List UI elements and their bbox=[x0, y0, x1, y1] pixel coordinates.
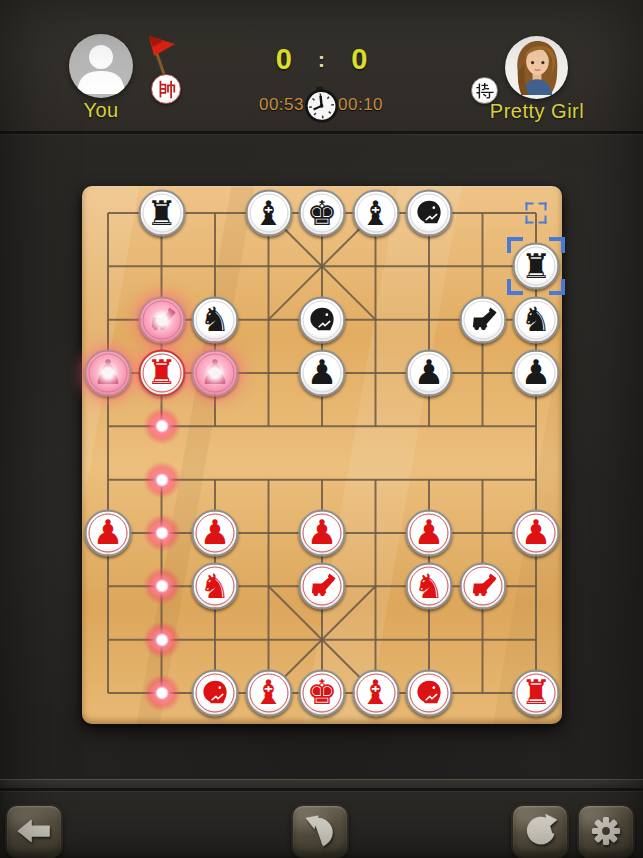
piece-black-cannon[interactable] bbox=[459, 296, 506, 343]
knight-glyph: ♞ bbox=[200, 302, 230, 336]
piece-black-elephant[interactable] bbox=[406, 190, 453, 237]
move-target-dot[interactable] bbox=[143, 407, 181, 445]
cannon-glyph bbox=[146, 303, 177, 334]
pawn-glyph: ♟ bbox=[521, 515, 551, 549]
piece-red-cannon[interactable] bbox=[459, 563, 506, 610]
move-target-dot[interactable] bbox=[143, 514, 181, 552]
game-screen: You 0 : 0 00:53 00:10 bbox=[0, 0, 643, 858]
piece-black-knight[interactable]: ♞ bbox=[192, 296, 239, 343]
score-right: 0 bbox=[351, 43, 367, 76]
elephant-glyph bbox=[414, 676, 445, 707]
pawn-glyph: ♟ bbox=[93, 515, 123, 549]
move-target-dot[interactable] bbox=[143, 674, 181, 712]
cannon-glyph bbox=[467, 570, 498, 601]
pawn-glyph: ♟ bbox=[521, 355, 551, 389]
score-separator: : bbox=[318, 47, 325, 73]
cannon-glyph bbox=[467, 303, 498, 334]
pawn-glyph: ♟ bbox=[414, 515, 444, 549]
elephant-glyph bbox=[307, 303, 338, 334]
piece-red-advisor[interactable]: ♝ bbox=[245, 669, 292, 716]
elephant-glyph bbox=[414, 197, 445, 228]
settings-button[interactable] bbox=[577, 804, 635, 858]
piece-red-king[interactable]: ♚ bbox=[299, 669, 346, 716]
piece-black-pawn[interactable]: ♟ bbox=[299, 349, 346, 396]
undo-arrow-icon bbox=[302, 813, 338, 849]
cannon-glyph bbox=[467, 570, 498, 601]
rook-glyph: ♜ bbox=[146, 355, 176, 389]
piece-black-cannon[interactable] bbox=[138, 296, 185, 343]
timer-opponent: 00:10 bbox=[338, 95, 414, 115]
cannon-glyph bbox=[467, 303, 498, 334]
knight-glyph: ♞ bbox=[521, 302, 551, 336]
move-target-dot[interactable] bbox=[143, 461, 181, 499]
bottom-toolbar bbox=[0, 779, 643, 858]
rook-glyph: ♜ bbox=[521, 248, 551, 282]
piece-red-elephant[interactable] bbox=[406, 669, 453, 716]
move-target-dot[interactable] bbox=[143, 567, 181, 605]
elephant-glyph bbox=[307, 303, 338, 334]
circular-arrow-icon bbox=[522, 813, 558, 849]
arrow-left-icon bbox=[16, 813, 52, 849]
pawn-glyph: ♟ bbox=[200, 355, 230, 389]
pawn-glyph: ♟ bbox=[307, 515, 337, 549]
clock-icon bbox=[301, 84, 342, 126]
advisor-glyph: ♝ bbox=[360, 195, 390, 229]
advisor-glyph: ♝ bbox=[360, 675, 390, 709]
cannon-glyph bbox=[307, 570, 338, 601]
piece-red-rook[interactable]: ♜ bbox=[138, 349, 185, 396]
piece-black-knight[interactable]: ♞ bbox=[513, 296, 560, 343]
xiangqi-board[interactable]: ♜♝♚♝♜♞♞♟♜♟♟♟♟♟♟♟♟♟♞♞♝♚♝♜ bbox=[82, 186, 562, 724]
player-you-name: You bbox=[41, 99, 161, 122]
player-opponent-name: Pretty Girl bbox=[462, 100, 612, 123]
pawn-glyph: ♟ bbox=[93, 355, 123, 389]
elephant-glyph bbox=[414, 676, 445, 707]
piece-black-rook[interactable]: ♜ bbox=[138, 190, 185, 237]
advisor-glyph: ♝ bbox=[253, 675, 283, 709]
king-glyph: ♚ bbox=[307, 195, 337, 229]
refresh-button[interactable] bbox=[511, 804, 569, 858]
king-glyph: ♚ bbox=[307, 675, 337, 709]
piece-red-cannon[interactable] bbox=[299, 563, 346, 610]
piece-black-pawn[interactable]: ♟ bbox=[192, 349, 239, 396]
piece-red-pawn[interactable]: ♟ bbox=[192, 509, 239, 556]
piece-red-pawn[interactable]: ♟ bbox=[406, 509, 453, 556]
knight-glyph: ♞ bbox=[200, 568, 230, 602]
piece-black-elephant[interactable] bbox=[299, 296, 346, 343]
piece-black-advisor[interactable]: ♝ bbox=[352, 190, 399, 237]
back-button[interactable] bbox=[5, 804, 63, 858]
piece-black-pawn[interactable]: ♟ bbox=[85, 349, 132, 396]
elephant-glyph bbox=[200, 676, 231, 707]
piece-red-pawn[interactable]: ♟ bbox=[299, 509, 346, 556]
piece-red-advisor[interactable]: ♝ bbox=[352, 669, 399, 716]
player-opponent-avatar[interactable] bbox=[505, 36, 568, 99]
rook-glyph: ♜ bbox=[521, 675, 551, 709]
elephant-glyph bbox=[200, 676, 231, 707]
piece-red-elephant[interactable] bbox=[192, 669, 239, 716]
piece-black-pawn[interactable]: ♟ bbox=[406, 349, 453, 396]
score-left: 0 bbox=[276, 43, 292, 76]
advisor-glyph: ♝ bbox=[253, 195, 283, 229]
red-general-character bbox=[156, 79, 176, 99]
timer-you: 00:53 bbox=[228, 95, 304, 115]
pawn-glyph: ♟ bbox=[200, 515, 230, 549]
pawn-glyph: ♟ bbox=[414, 355, 444, 389]
piece-black-pawn[interactable]: ♟ bbox=[513, 349, 560, 396]
piece-red-pawn[interactable]: ♟ bbox=[513, 509, 560, 556]
piece-red-pawn[interactable]: ♟ bbox=[85, 509, 132, 556]
rook-glyph: ♜ bbox=[146, 195, 176, 229]
piece-red-knight[interactable]: ♞ bbox=[406, 563, 453, 610]
piece-black-rook[interactable]: ♜ bbox=[513, 243, 560, 290]
gear-icon bbox=[588, 813, 624, 849]
knight-glyph: ♞ bbox=[414, 568, 444, 602]
cannon-glyph bbox=[307, 570, 338, 601]
cannon-glyph bbox=[146, 303, 177, 334]
black-general-character bbox=[476, 82, 494, 100]
elephant-glyph bbox=[414, 197, 445, 228]
piece-red-knight[interactable]: ♞ bbox=[192, 563, 239, 610]
undo-button[interactable] bbox=[291, 804, 349, 858]
piece-black-advisor[interactable]: ♝ bbox=[245, 190, 292, 237]
top-status-bar: You 0 : 0 00:53 00:10 bbox=[0, 0, 643, 134]
piece-red-rook[interactable]: ♜ bbox=[513, 669, 560, 716]
girl-portrait bbox=[505, 36, 568, 99]
piece-black-king[interactable]: ♚ bbox=[299, 190, 346, 237]
pawn-glyph: ♟ bbox=[307, 355, 337, 389]
move-target-dot[interactable] bbox=[143, 621, 181, 659]
